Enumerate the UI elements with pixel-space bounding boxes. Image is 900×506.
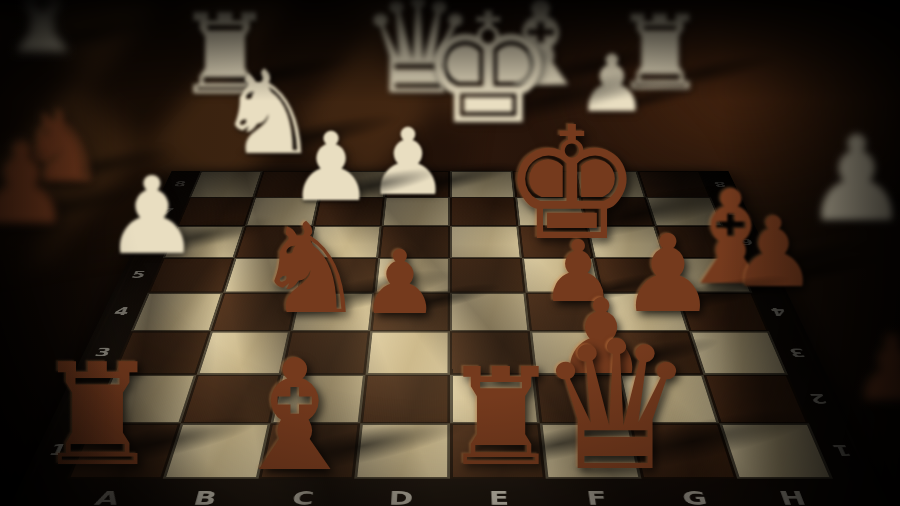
- a4-white-pawn[interactable]: ♟: [104, 163, 200, 270]
- d3-brown-pawn[interactable]: ♟: [361, 239, 440, 327]
- c1-brown-bishop[interactable]: ♝: [226, 340, 363, 493]
- a1-brown-rook[interactable]: ♜: [35, 345, 161, 486]
- f1-brown-queen[interactable]: ♛: [536, 318, 696, 496]
- offboard-white-pawn[interactable]: ♟: [804, 120, 900, 238]
- offboard-brown-pawn[interactable]: ♟: [0, 128, 72, 240]
- pieces-layer: ♜♛♝♜♚♟♞♟♟♟♚♝♟♟♟♟♞♟♜♝♜♛♞♟♟♝♟: [0, 0, 900, 506]
- chess-photo-scene: 8877665544332211ABCDEFGH ♜♛♝♜♚♟♞♟♟♟♚♝♟♟♟…: [0, 0, 900, 506]
- c3-brown-knight[interactable]: ♞: [254, 206, 366, 331]
- offboard-white-bishop[interactable]: ♝: [0, 0, 91, 68]
